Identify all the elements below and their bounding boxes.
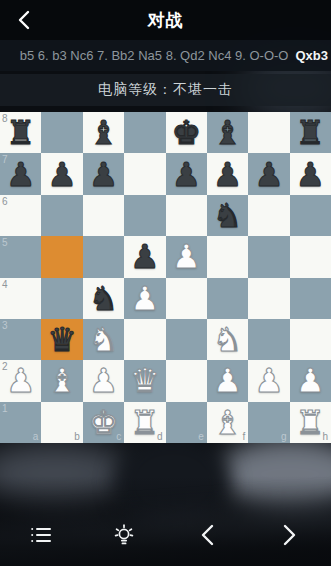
- file-label: g: [281, 432, 287, 442]
- white-queen: ♛: [130, 364, 160, 397]
- square-c2[interactable]: ♟: [83, 360, 124, 401]
- black-pawn: ♟: [296, 158, 326, 191]
- white-rook: ♜: [296, 406, 326, 439]
- black-pawn: ♟: [254, 158, 284, 191]
- file-label: f: [242, 432, 245, 442]
- square-a7[interactable]: 7♟: [0, 153, 41, 194]
- back-chevron-icon: [18, 10, 30, 30]
- square-h1[interactable]: h♜: [290, 402, 331, 443]
- title-bar: 对战: [0, 0, 331, 40]
- rank-label: 3: [2, 321, 8, 331]
- file-label: h: [322, 432, 328, 442]
- square-h7[interactable]: ♟: [290, 153, 331, 194]
- square-g8[interactable]: [248, 112, 289, 153]
- next-move-button[interactable]: [268, 513, 312, 557]
- file-label: b: [74, 432, 80, 442]
- square-f4[interactable]: [207, 278, 248, 319]
- chevron-right-icon: [282, 523, 298, 547]
- square-e1[interactable]: e: [166, 402, 207, 443]
- square-e8[interactable]: ♚: [166, 112, 207, 153]
- black-pawn: ♟: [47, 158, 77, 191]
- square-d3[interactable]: [124, 319, 165, 360]
- square-h3[interactable]: [290, 319, 331, 360]
- black-pawn: ♟: [213, 158, 243, 191]
- white-pawn: ♟: [213, 364, 243, 397]
- bottom-toolbar: [0, 504, 331, 566]
- square-d8[interactable]: [124, 112, 165, 153]
- back-button[interactable]: [8, 4, 40, 36]
- square-c5[interactable]: [83, 236, 124, 277]
- black-bishop: ♝: [213, 116, 243, 149]
- rank-label: 4: [2, 280, 8, 290]
- square-d5[interactable]: ♟: [124, 236, 165, 277]
- square-f5[interactable]: [207, 236, 248, 277]
- square-g3[interactable]: [248, 319, 289, 360]
- chevron-left-icon: [199, 523, 215, 547]
- square-a3[interactable]: 3: [0, 319, 41, 360]
- white-bishop: ♝: [213, 406, 243, 439]
- square-e3[interactable]: [166, 319, 207, 360]
- white-bishop: ♝: [47, 364, 77, 397]
- square-d4[interactable]: ♟: [124, 278, 165, 319]
- file-label: d: [157, 432, 163, 442]
- black-queen: ♛: [47, 323, 77, 356]
- square-e6[interactable]: [166, 195, 207, 236]
- square-h2[interactable]: ♟: [290, 360, 331, 401]
- square-c6[interactable]: [83, 195, 124, 236]
- move-history-bar[interactable]: b5 6. b3 Nc6 7. Bb2 Na5 8. Qd2 Nc4 9. O-…: [0, 40, 331, 71]
- last-move-text: Qxb3: [295, 48, 328, 63]
- square-b8[interactable]: [41, 112, 82, 153]
- move-history-text: b5 6. b3 Nc6 7. Bb2 Na5 8. Qd2 Nc4 9. O-…: [20, 48, 289, 63]
- white-pawn: ♟: [6, 364, 36, 397]
- white-pawn: ♟: [130, 282, 160, 315]
- square-c7[interactable]: ♟: [83, 153, 124, 194]
- black-bishop: ♝: [89, 116, 119, 149]
- black-pawn: ♟: [6, 158, 36, 191]
- white-pawn: ♟: [296, 364, 326, 397]
- square-a5[interactable]: 5: [0, 236, 41, 277]
- white-rook: ♜: [130, 406, 160, 439]
- square-h6[interactable]: [290, 195, 331, 236]
- black-king: ♚: [171, 116, 201, 149]
- black-pawn: ♟: [89, 158, 119, 191]
- white-pawn: ♟: [171, 240, 201, 273]
- black-rook: ♜: [6, 116, 36, 149]
- square-f2[interactable]: ♟: [207, 360, 248, 401]
- square-b7[interactable]: ♟: [41, 153, 82, 194]
- square-b4[interactable]: [41, 278, 82, 319]
- square-b3[interactable]: ♛: [41, 319, 82, 360]
- black-knight: ♞: [213, 199, 243, 232]
- engine-level-bar: 电脑等级：不堪一击: [0, 74, 331, 106]
- square-b5[interactable]: [41, 236, 82, 277]
- black-rook: ♜: [296, 116, 326, 149]
- black-knight: ♞: [89, 282, 119, 315]
- rank-label: 5: [2, 238, 8, 248]
- square-d6[interactable]: [124, 195, 165, 236]
- square-g5[interactable]: [248, 236, 289, 277]
- file-label: e: [198, 432, 204, 442]
- page-title: 对战: [148, 9, 184, 32]
- square-g2[interactable]: ♟: [248, 360, 289, 401]
- square-e7[interactable]: ♟: [166, 153, 207, 194]
- square-h5[interactable]: [290, 236, 331, 277]
- square-f8[interactable]: ♝: [207, 112, 248, 153]
- move-list-icon: [29, 523, 53, 547]
- white-pawn: ♟: [254, 364, 284, 397]
- engine-level-text: 电脑等级：不堪一击: [98, 81, 233, 99]
- square-b1[interactable]: b: [41, 402, 82, 443]
- square-b2[interactable]: ♝: [41, 360, 82, 401]
- square-c3[interactable]: ♞: [83, 319, 124, 360]
- white-king: ♚: [89, 406, 119, 439]
- square-f3[interactable]: ♞: [207, 319, 248, 360]
- square-a4[interactable]: 4: [0, 278, 41, 319]
- square-g4[interactable]: [248, 278, 289, 319]
- square-g7[interactable]: ♟: [248, 153, 289, 194]
- square-a8[interactable]: 8♜: [0, 112, 41, 153]
- square-g1[interactable]: g: [248, 402, 289, 443]
- rank-label: 2: [2, 362, 8, 372]
- square-d1[interactable]: d♜: [124, 402, 165, 443]
- square-h4[interactable]: [290, 278, 331, 319]
- rank-label: 8: [2, 114, 8, 124]
- square-h8[interactable]: ♜: [290, 112, 331, 153]
- file-label: a: [33, 432, 39, 442]
- black-pawn: ♟: [130, 240, 160, 273]
- square-e2[interactable]: [166, 360, 207, 401]
- white-knight: ♞: [89, 323, 119, 356]
- rank-label: 1: [2, 404, 8, 414]
- square-c4[interactable]: ♞: [83, 278, 124, 319]
- square-b6[interactable]: [41, 195, 82, 236]
- white-pawn: ♟: [89, 364, 119, 397]
- hint-button[interactable]: [102, 513, 146, 557]
- rank-label: 6: [2, 197, 8, 207]
- square-d7[interactable]: [124, 153, 165, 194]
- square-a6[interactable]: 6: [0, 195, 41, 236]
- square-f6[interactable]: ♞: [207, 195, 248, 236]
- move-list-button[interactable]: [19, 513, 63, 557]
- square-c1[interactable]: c♚: [83, 402, 124, 443]
- square-f7[interactable]: ♟: [207, 153, 248, 194]
- square-d2[interactable]: ♛: [124, 360, 165, 401]
- square-a2[interactable]: 2♟: [0, 360, 41, 401]
- black-pawn: ♟: [171, 158, 201, 191]
- chess-app-screen: 对战 b5 6. b3 Nc6 7. Bb2 Na5 8. Qd2 Nc4 9.…: [0, 0, 331, 566]
- rank-label: 7: [2, 155, 8, 165]
- file-label: c: [116, 432, 121, 442]
- square-a1[interactable]: 1a: [0, 402, 41, 443]
- white-knight: ♞: [213, 323, 243, 356]
- square-g6[interactable]: [248, 195, 289, 236]
- chess-board: 8♜♝♚♝♜7♟♟♟♟♟♟♟6♞5♟♟4♞♟3♛♞♞2♟♝♟♛♟♟♟1abc♚d…: [0, 112, 331, 443]
- square-e5[interactable]: ♟: [166, 236, 207, 277]
- square-e4[interactable]: [166, 278, 207, 319]
- square-f1[interactable]: f♝: [207, 402, 248, 443]
- lightbulb-icon: [111, 522, 137, 548]
- previous-move-button[interactable]: [185, 513, 229, 557]
- square-c8[interactable]: ♝: [83, 112, 124, 153]
